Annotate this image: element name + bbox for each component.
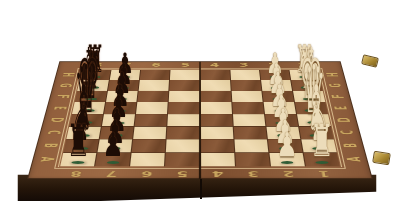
square-g1[interactable] bbox=[291, 80, 323, 91]
square-g3[interactable] bbox=[231, 80, 261, 91]
coordinate-label: G bbox=[56, 83, 72, 88]
coordinate-label: G bbox=[328, 83, 344, 88]
square-h5[interactable] bbox=[170, 70, 199, 80]
square-b1[interactable] bbox=[301, 139, 336, 152]
square-h7[interactable] bbox=[110, 70, 140, 80]
square-c5[interactable] bbox=[167, 126, 200, 138]
square-d5[interactable] bbox=[168, 114, 200, 126]
coordinate-label: 4 bbox=[209, 170, 227, 177]
square-f6[interactable] bbox=[138, 91, 169, 102]
coordinate-label: 3 bbox=[236, 63, 251, 68]
square-d6[interactable] bbox=[135, 114, 167, 126]
coordinate-label: 6 bbox=[149, 63, 164, 68]
coordinate-label: 5 bbox=[173, 170, 191, 177]
square-a5[interactable] bbox=[165, 153, 199, 167]
square-a7[interactable] bbox=[95, 153, 131, 167]
brass-latch-upper bbox=[361, 54, 379, 68]
square-b8[interactable] bbox=[63, 139, 98, 152]
brass-latch-lower bbox=[372, 151, 391, 166]
coordinate-label: C bbox=[339, 129, 356, 135]
square-c3[interactable] bbox=[233, 126, 266, 138]
coordinate-label: B bbox=[342, 142, 360, 149]
square-c8[interactable] bbox=[66, 126, 101, 138]
square-a2[interactable] bbox=[269, 153, 305, 167]
coordinate-label: F bbox=[53, 94, 69, 100]
square-f4[interactable] bbox=[200, 91, 230, 102]
square-f2[interactable] bbox=[262, 91, 294, 102]
square-c2[interactable] bbox=[266, 126, 300, 138]
coordinate-label: D bbox=[336, 117, 353, 123]
chess-set-photo: HH88GG77FF66EE55DD44CC33BB22AA11 ♜♞♝♛♚♝♞… bbox=[0, 0, 400, 201]
square-f5[interactable] bbox=[169, 91, 199, 102]
square-d2[interactable] bbox=[265, 114, 298, 126]
square-e3[interactable] bbox=[232, 102, 264, 113]
square-a3[interactable] bbox=[235, 153, 270, 167]
coordinate-label: 1 bbox=[295, 63, 311, 68]
front-right-corner-marker bbox=[369, 177, 371, 178]
square-d4[interactable] bbox=[201, 114, 233, 126]
fold-seam bbox=[199, 61, 201, 178]
square-b6[interactable] bbox=[132, 139, 166, 152]
square-g4[interactable] bbox=[200, 80, 230, 91]
square-d3[interactable] bbox=[233, 114, 265, 126]
square-a6[interactable] bbox=[130, 153, 165, 167]
square-c7[interactable] bbox=[100, 126, 134, 138]
coordinate-label: A bbox=[345, 156, 363, 163]
coordinate-label: H bbox=[59, 72, 74, 77]
coordinate-label: 2 bbox=[265, 63, 280, 68]
square-e1[interactable] bbox=[295, 102, 328, 113]
square-d1[interactable] bbox=[297, 114, 331, 126]
square-d8[interactable] bbox=[69, 114, 103, 126]
coordinate-label: E bbox=[50, 105, 66, 111]
coordinate-label: C bbox=[44, 129, 61, 135]
square-f8[interactable] bbox=[75, 91, 107, 102]
square-b7[interactable] bbox=[98, 139, 133, 152]
coordinate-label: 6 bbox=[138, 170, 156, 177]
coordinate-label: 8 bbox=[90, 63, 106, 68]
square-c1[interactable] bbox=[299, 126, 334, 138]
coordinate-label: 3 bbox=[244, 170, 262, 177]
square-e4[interactable] bbox=[200, 102, 231, 113]
square-g6[interactable] bbox=[139, 80, 169, 91]
coordinate-label: A bbox=[37, 156, 55, 163]
square-e2[interactable] bbox=[263, 102, 295, 113]
square-e7[interactable] bbox=[104, 102, 136, 113]
square-b3[interactable] bbox=[234, 139, 268, 152]
front-left-corner-marker bbox=[29, 177, 31, 178]
coordinate-label: F bbox=[331, 94, 347, 100]
square-f1[interactable] bbox=[293, 91, 325, 102]
coordinate-label: 7 bbox=[119, 63, 134, 68]
square-h6[interactable] bbox=[140, 70, 170, 80]
coordinate-label: 8 bbox=[67, 170, 86, 177]
square-h4[interactable] bbox=[200, 70, 229, 80]
square-a1[interactable] bbox=[304, 153, 340, 167]
square-a4[interactable] bbox=[201, 153, 235, 167]
square-f3[interactable] bbox=[231, 91, 262, 102]
coordinate-label: 4 bbox=[207, 63, 222, 68]
square-b2[interactable] bbox=[268, 139, 303, 152]
square-g7[interactable] bbox=[108, 80, 139, 91]
coordinate-label: 1 bbox=[314, 170, 333, 177]
square-h2[interactable] bbox=[260, 70, 290, 80]
square-g5[interactable] bbox=[170, 80, 200, 91]
coordinate-label: 5 bbox=[178, 63, 193, 68]
coordinate-label: E bbox=[333, 105, 349, 111]
square-b5[interactable] bbox=[166, 139, 199, 152]
chess-board: HH88GG77FF66EE55DD44CC33BB22AA11 bbox=[27, 61, 372, 178]
square-d7[interactable] bbox=[102, 114, 135, 126]
square-f7[interactable] bbox=[106, 91, 138, 102]
coordinate-label: D bbox=[47, 117, 64, 123]
square-g8[interactable] bbox=[77, 80, 109, 91]
coordinate-label: 2 bbox=[279, 170, 298, 177]
coordinate-label: B bbox=[40, 142, 58, 149]
square-g2[interactable] bbox=[261, 80, 292, 91]
square-c6[interactable] bbox=[133, 126, 166, 138]
square-e8[interactable] bbox=[72, 102, 105, 113]
coordinate-label: 7 bbox=[102, 170, 121, 177]
square-e5[interactable] bbox=[168, 102, 199, 113]
square-h1[interactable] bbox=[289, 70, 320, 80]
coordinate-label: H bbox=[325, 72, 340, 77]
square-h3[interactable] bbox=[230, 70, 260, 80]
square-a8[interactable] bbox=[60, 153, 96, 167]
square-b4[interactable] bbox=[201, 139, 234, 152]
square-h8[interactable] bbox=[80, 70, 111, 80]
board-perspective-wrap: HH88GG77FF66EE55DD44CC33BB22AA11 bbox=[45, 0, 355, 201]
square-e6[interactable] bbox=[136, 102, 168, 113]
square-c4[interactable] bbox=[201, 126, 234, 138]
